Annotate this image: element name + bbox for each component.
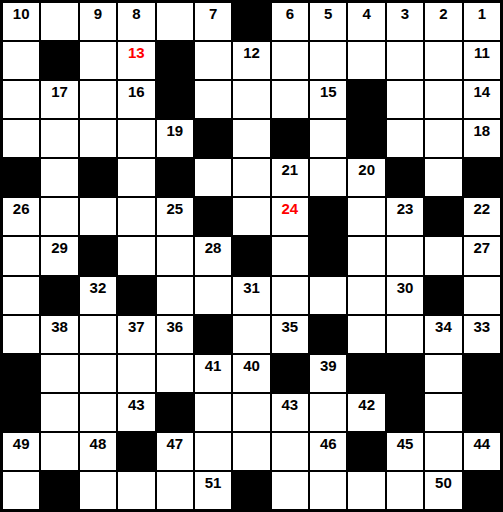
white-cell-r1c11[interactable] [425,42,461,79]
clue-number-50-r12c11: 50 [425,472,461,490]
white-cell-r3c11[interactable] [425,120,461,157]
black-cell-r4c0 [3,159,39,196]
white-cell-r11c6[interactable] [233,433,269,470]
black-cell-r4c2 [80,159,116,196]
white-cell-r12c4[interactable] [157,472,193,509]
white-cell-r1c3[interactable]: 13 [118,42,154,79]
white-cell-r5c9[interactable] [348,198,384,235]
white-cell-r8c12[interactable]: 33 [464,316,500,353]
black-cell-r5c5 [195,198,231,235]
clue-number-42-r10c9: 42 [348,394,384,412]
black-cell-r4c10 [387,159,423,196]
white-cell-r3c4[interactable]: 19 [157,120,193,157]
white-cell-r7c10[interactable]: 30 [387,277,423,314]
white-cell-r0c1[interactable] [41,3,77,40]
clue-number-40-r9c6: 40 [233,355,269,373]
clue-number-43-r10c7: 43 [272,394,308,412]
clue-number-10-r0c0: 10 [3,3,39,21]
clue-number-45-r11c10: 45 [387,433,423,451]
black-cell-r8c8 [310,316,346,353]
clue-number-38-r8c1: 38 [41,316,77,334]
white-cell-r6c7[interactable] [272,237,308,274]
white-cell-r0c4[interactable] [157,3,193,40]
black-cell-r10c10 [387,394,423,431]
white-cell-r9c2[interactable] [80,355,116,392]
white-cell-r0c12[interactable]: 1 [464,3,500,40]
black-cell-r8c5 [195,316,231,353]
white-cell-r8c9[interactable] [348,316,384,353]
white-cell-r2c6[interactable] [233,81,269,118]
clue-number-32-r7c2: 32 [80,277,116,295]
clue-number-30-r7c10: 30 [387,277,423,295]
white-cell-r10c9[interactable]: 42 [348,394,384,431]
white-cell-r5c6[interactable] [233,198,269,235]
white-cell-r2c12[interactable]: 14 [464,81,500,118]
white-cell-r2c7[interactable] [272,81,308,118]
white-cell-r1c5[interactable] [195,42,231,79]
clue-number-17-r2c1: 17 [41,81,77,99]
black-cell-r1c4 [157,42,193,79]
white-cell-r6c12[interactable]: 27 [464,237,500,274]
white-cell-r10c3[interactable]: 43 [118,394,154,431]
white-cell-r8c7[interactable]: 35 [272,316,308,353]
black-cell-r2c4 [157,81,193,118]
white-cell-r0c8[interactable]: 5 [310,3,346,40]
black-cell-r7c1 [41,277,77,314]
white-cell-r4c9[interactable]: 20 [348,159,384,196]
black-cell-r7c3 [118,277,154,314]
clue-number-44-r11c12: 44 [464,433,500,451]
black-cell-r6c6 [233,237,269,274]
clue-number-49-r11c0: 49 [3,433,39,451]
white-cell-r0c2[interactable]: 9 [80,3,116,40]
white-cell-r5c12[interactable]: 22 [464,198,500,235]
white-cell-r3c12[interactable]: 18 [464,120,500,157]
white-cell-r11c0[interactable]: 49 [3,433,39,470]
clue-number-7-r0c5: 7 [195,3,231,21]
white-cell-r6c3[interactable] [118,237,154,274]
white-cell-r6c11[interactable] [425,237,461,274]
clue-number-28-r6c5: 28 [195,237,231,255]
clue-number-9-r0c2: 9 [80,3,116,21]
clue-number-4-r0c9: 4 [348,3,384,21]
white-cell-r9c4[interactable] [157,355,193,392]
white-cell-r7c8[interactable] [310,277,346,314]
white-cell-r11c12[interactable]: 44 [464,433,500,470]
white-cell-r0c11[interactable]: 2 [425,3,461,40]
black-cell-r9c12 [464,355,500,392]
white-cell-r5c10[interactable]: 23 [387,198,423,235]
white-cell-r9c5[interactable]: 41 [195,355,231,392]
white-cell-r0c7[interactable]: 6 [272,3,308,40]
white-cell-r7c5[interactable] [195,277,231,314]
white-cell-r7c6[interactable]: 31 [233,277,269,314]
white-cell-r11c7[interactable] [272,433,308,470]
white-cell-r6c1[interactable]: 29 [41,237,77,274]
white-cell-r3c10[interactable] [387,120,423,157]
clue-number-15-r2c8: 15 [310,81,346,99]
white-cell-r10c8[interactable] [310,394,346,431]
white-cell-r3c1[interactable] [41,120,77,157]
clue-number-48-r11c2: 48 [80,433,116,451]
clue-number-12-r1c6: 12 [233,42,269,60]
black-cell-r9c7 [272,355,308,392]
black-cell-r0c6 [233,3,269,40]
clue-number-22-r5c12: 22 [464,198,500,216]
clue-number-16-r2c3: 16 [118,81,154,99]
clue-number-2-r0c11: 2 [425,3,461,21]
black-cell-r7c11 [425,277,461,314]
clue-number-25-r5c4: 25 [157,198,193,216]
black-cell-r1c1 [41,42,77,79]
white-cell-r12c11[interactable]: 50 [425,472,461,509]
black-cell-r6c2 [80,237,116,274]
white-cell-r0c5[interactable]: 7 [195,3,231,40]
white-cell-r11c8[interactable]: 46 [310,433,346,470]
black-cell-r2c9 [348,81,384,118]
white-cell-r7c12[interactable] [464,277,500,314]
white-cell-r9c3[interactable] [118,355,154,392]
white-cell-r1c0[interactable] [3,42,39,79]
clue-number-47-r11c4: 47 [157,433,193,451]
white-cell-r12c9[interactable] [348,472,384,509]
clue-number-13-r1c3: 13 [118,42,154,60]
clue-number-19-r3c4: 19 [157,120,193,138]
white-cell-r5c7[interactable]: 24 [272,198,308,235]
white-cell-r11c5[interactable] [195,433,231,470]
black-cell-r9c0 [3,355,39,392]
white-cell-r8c6[interactable] [233,316,269,353]
white-cell-r12c8[interactable] [310,472,346,509]
white-cell-r7c2[interactable]: 32 [80,277,116,314]
clue-number-21-r4c7: 21 [272,159,308,177]
white-cell-r4c6[interactable] [233,159,269,196]
white-cell-r9c8[interactable]: 39 [310,355,346,392]
clue-number-26-r5c0: 26 [3,198,39,216]
white-cell-r2c8[interactable]: 15 [310,81,346,118]
white-cell-r8c0[interactable] [3,316,39,353]
white-cell-r2c3[interactable]: 16 [118,81,154,118]
white-cell-r11c10[interactable]: 45 [387,433,423,470]
white-cell-r11c2[interactable]: 48 [80,433,116,470]
clue-number-11-r1c12: 11 [464,42,500,60]
white-cell-r1c8[interactable] [310,42,346,79]
white-cell-r2c10[interactable] [387,81,423,118]
black-cell-r11c3 [118,433,154,470]
clue-number-6-r0c7: 6 [272,3,308,21]
white-cell-r3c2[interactable] [80,120,116,157]
white-cell-r0c0[interactable]: 10 [3,3,39,40]
black-cell-r5c8 [310,198,346,235]
clue-number-27-r6c12: 27 [464,237,500,255]
clue-number-20-r4c9: 20 [348,159,384,177]
white-cell-r8c10[interactable] [387,316,423,353]
white-cell-r5c2[interactable] [80,198,116,235]
black-cell-r3c9 [348,120,384,157]
black-cell-r3c5 [195,120,231,157]
clue-number-1-r0c12: 1 [464,3,500,21]
white-cell-r4c5[interactable] [195,159,231,196]
white-cell-r2c1[interactable]: 17 [41,81,77,118]
white-cell-r1c9[interactable] [348,42,384,79]
white-cell-r6c0[interactable] [3,237,39,274]
white-cell-r9c6[interactable]: 40 [233,355,269,392]
clue-number-36-r8c4: 36 [157,316,193,334]
black-cell-r12c12 [464,472,500,509]
black-cell-r6c8 [310,237,346,274]
clue-number-34-r8c11: 34 [425,316,461,334]
white-cell-r1c12[interactable]: 11 [464,42,500,79]
black-cell-r10c4 [157,394,193,431]
clue-number-24-r5c7: 24 [272,198,308,216]
white-cell-r1c10[interactable] [387,42,423,79]
white-cell-r2c11[interactable] [425,81,461,118]
white-cell-r10c1[interactable] [41,394,77,431]
clue-number-51-r12c5: 51 [195,472,231,490]
black-cell-r9c10 [387,355,423,392]
white-cell-r7c4[interactable] [157,277,193,314]
white-cell-r11c1[interactable] [41,433,77,470]
white-cell-r12c7[interactable] [272,472,308,509]
white-cell-r4c11[interactable] [425,159,461,196]
white-cell-r1c2[interactable] [80,42,116,79]
clue-number-35-r8c7: 35 [272,316,308,334]
clue-number-43-r10c3: 43 [118,394,154,412]
black-cell-r10c0 [3,394,39,431]
white-cell-r1c7[interactable] [272,42,308,79]
white-cell-r7c9[interactable] [348,277,384,314]
clue-number-39-r9c8: 39 [310,355,346,373]
white-cell-r8c4[interactable]: 36 [157,316,193,353]
white-cell-r6c9[interactable] [348,237,384,274]
white-cell-r12c5[interactable]: 51 [195,472,231,509]
white-cell-r5c3[interactable] [118,198,154,235]
white-cell-r3c0[interactable] [3,120,39,157]
white-cell-r12c2[interactable] [80,472,116,509]
white-cell-r10c2[interactable] [80,394,116,431]
clue-number-33-r8c12: 33 [464,316,500,334]
white-cell-r2c2[interactable] [80,81,116,118]
white-cell-r0c9[interactable]: 4 [348,3,384,40]
crossword-grid: 1098765432113121117161514191821202625242… [0,0,503,512]
black-cell-r3c7 [272,120,308,157]
white-cell-r3c3[interactable] [118,120,154,157]
white-cell-r8c11[interactable]: 34 [425,316,461,353]
clue-number-41-r9c5: 41 [195,355,231,373]
white-cell-r5c4[interactable]: 25 [157,198,193,235]
clue-number-46-r11c8: 46 [310,433,346,451]
white-cell-r10c11[interactable] [425,394,461,431]
clue-number-14-r2c12: 14 [464,81,500,99]
white-cell-r8c2[interactable] [80,316,116,353]
white-cell-r9c11[interactable] [425,355,461,392]
white-cell-r3c6[interactable] [233,120,269,157]
black-cell-r5c11 [425,198,461,235]
white-cell-r6c5[interactable]: 28 [195,237,231,274]
white-cell-r4c1[interactable] [41,159,77,196]
black-cell-r9c9 [348,355,384,392]
white-cell-r12c3[interactable] [118,472,154,509]
black-cell-r4c12 [464,159,500,196]
white-cell-r0c3[interactable]: 8 [118,3,154,40]
white-cell-r9c1[interactable] [41,355,77,392]
white-cell-r8c1[interactable]: 38 [41,316,77,353]
white-cell-r2c0[interactable] [3,81,39,118]
white-cell-r11c4[interactable]: 47 [157,433,193,470]
white-cell-r10c6[interactable] [233,394,269,431]
black-cell-r12c6 [233,472,269,509]
white-cell-r0c10[interactable]: 3 [387,3,423,40]
white-cell-r5c1[interactable] [41,198,77,235]
black-cell-r4c4 [157,159,193,196]
white-cell-r8c3[interactable]: 37 [118,316,154,353]
clue-number-18-r3c12: 18 [464,120,500,138]
clue-number-37-r8c3: 37 [118,316,154,334]
white-cell-r2c5[interactable] [195,81,231,118]
clue-number-23-r5c10: 23 [387,198,423,216]
clue-number-8-r0c3: 8 [118,3,154,21]
clue-number-5-r0c8: 5 [310,3,346,21]
clue-number-29-r6c1: 29 [41,237,77,255]
white-cell-r4c3[interactable] [118,159,154,196]
white-cell-r5c0[interactable]: 26 [3,198,39,235]
white-cell-r12c0[interactable] [3,472,39,509]
white-cell-r7c0[interactable] [3,277,39,314]
black-cell-r12c1 [41,472,77,509]
clue-number-31-r7c6: 31 [233,277,269,295]
black-cell-r11c9 [348,433,384,470]
white-cell-r11c11[interactable] [425,433,461,470]
white-cell-r4c7[interactable]: 21 [272,159,308,196]
white-cell-r3c8[interactable] [310,120,346,157]
white-cell-r6c4[interactable] [157,237,193,274]
white-cell-r12c10[interactable] [387,472,423,509]
black-cell-r10c12 [464,394,500,431]
white-cell-r10c7[interactable]: 43 [272,394,308,431]
white-cell-r6c10[interactable] [387,237,423,274]
white-cell-r4c8[interactable] [310,159,346,196]
clue-number-3-r0c10: 3 [387,3,423,21]
white-cell-r7c7[interactable] [272,277,308,314]
white-cell-r1c6[interactable]: 12 [233,42,269,79]
white-cell-r10c5[interactable] [195,394,231,431]
